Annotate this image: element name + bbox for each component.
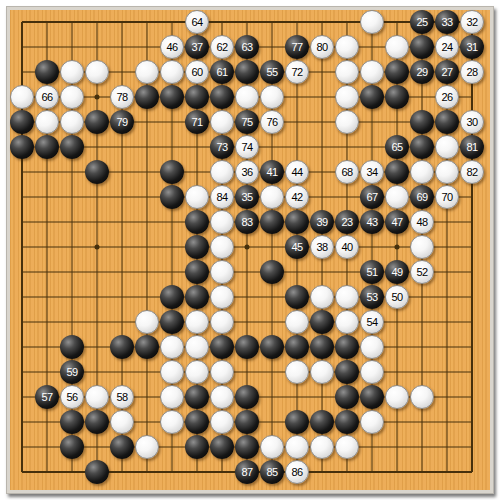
star-point [95, 95, 100, 100]
stone-white [160, 385, 184, 409]
stone-white [10, 85, 34, 109]
stone-white [410, 160, 434, 184]
stone-white [360, 360, 384, 384]
stone-white [335, 310, 359, 334]
stone-white-move-44: 44 [285, 160, 309, 184]
stone-black [60, 410, 84, 434]
stone-white-move-80: 80 [310, 35, 334, 59]
stone-white-move-72: 72 [285, 60, 309, 84]
stone-white-move-76: 76 [260, 110, 284, 134]
stone-white [210, 160, 234, 184]
stone-white [85, 385, 109, 409]
stone-white [160, 410, 184, 434]
stone-white [35, 110, 59, 134]
stone-white [360, 10, 384, 34]
stone-black [235, 60, 259, 84]
stone-black [285, 410, 309, 434]
stone-black-move-43: 43 [360, 210, 384, 234]
stone-black [235, 385, 259, 409]
stone-white-move-54: 54 [360, 310, 384, 334]
stone-white [310, 435, 334, 459]
stone-black [10, 110, 34, 134]
stone-black [235, 410, 259, 434]
stone-black-move-37: 37 [185, 35, 209, 59]
stone-black-move-71: 71 [185, 110, 209, 134]
stone-white-move-42: 42 [285, 185, 309, 209]
stone-black-move-65: 65 [385, 135, 409, 159]
stone-white-move-68: 68 [335, 160, 359, 184]
stone-black-move-75: 75 [235, 110, 259, 134]
stone-black [210, 85, 234, 109]
stone-black [85, 410, 109, 434]
stone-black [85, 460, 109, 484]
stone-white [210, 235, 234, 259]
stone-white [60, 85, 84, 109]
stone-white-move-66: 66 [35, 85, 59, 109]
stone-white-move-52: 52 [410, 260, 434, 284]
stone-black-move-63: 63 [235, 35, 259, 59]
stone-white [135, 435, 159, 459]
stone-black [360, 85, 384, 109]
stone-black [260, 260, 284, 284]
stone-white [110, 410, 134, 434]
stone-white [160, 60, 184, 84]
stone-black [160, 185, 184, 209]
stone-white [335, 60, 359, 84]
stone-white [185, 335, 209, 359]
stone-black-move-39: 39 [310, 210, 334, 234]
stone-black-move-53: 53 [360, 285, 384, 309]
stone-white-move-62: 62 [210, 35, 234, 59]
stone-white [410, 235, 434, 259]
stone-black [385, 85, 409, 109]
stone-white [60, 60, 84, 84]
stone-white [435, 135, 459, 159]
stone-white-move-74: 74 [235, 135, 259, 159]
stone-white [210, 110, 234, 134]
stone-black-move-41: 41 [260, 160, 284, 184]
stone-white [60, 110, 84, 134]
stone-white-move-32: 32 [460, 10, 484, 34]
kifu-screenshot: { "game": "go", "diagram": { "board_size… [0, 0, 500, 500]
stone-black-move-35: 35 [235, 185, 259, 209]
stone-black [135, 85, 159, 109]
stone-white [235, 85, 259, 109]
stone-white [210, 210, 234, 234]
stone-black [335, 360, 359, 384]
stone-black [85, 110, 109, 134]
stone-black [35, 135, 59, 159]
stone-black [410, 35, 434, 59]
stone-white-move-40: 40 [335, 235, 359, 259]
stone-white [310, 285, 334, 309]
stone-black [210, 335, 234, 359]
stone-white-move-48: 48 [410, 210, 434, 234]
stone-white [385, 185, 409, 209]
stone-white-move-34: 34 [360, 160, 384, 184]
stone-black-move-27: 27 [435, 60, 459, 84]
stone-white-move-56: 56 [60, 385, 84, 409]
stone-black-move-61: 61 [210, 60, 234, 84]
stone-black-move-57: 57 [35, 385, 59, 409]
stone-white-move-60: 60 [185, 60, 209, 84]
stone-black [310, 310, 334, 334]
stone-black [160, 160, 184, 184]
stone-black [185, 235, 209, 259]
stone-black [260, 210, 284, 234]
stone-black [160, 85, 184, 109]
stone-white [185, 185, 209, 209]
stone-black-move-33: 33 [435, 10, 459, 34]
stone-black-move-49: 49 [385, 260, 409, 284]
stone-white [385, 35, 409, 59]
stone-black [185, 410, 209, 434]
go-board[interactable]: 6425333246376263778024316061557229272866… [10, 10, 490, 490]
stone-black-move-47: 47 [385, 210, 409, 234]
stone-black [410, 110, 434, 134]
stone-black-move-25: 25 [410, 10, 434, 34]
stone-white [185, 360, 209, 384]
stone-black [260, 335, 284, 359]
stone-white [160, 335, 184, 359]
stone-black [135, 335, 159, 359]
stone-white [285, 360, 309, 384]
star-point [395, 245, 400, 250]
stone-white-move-64: 64 [185, 10, 209, 34]
stone-black [285, 335, 309, 359]
stone-white-move-28: 28 [460, 60, 484, 84]
stone-white [260, 185, 284, 209]
stone-black [335, 410, 359, 434]
stone-black-move-85: 85 [260, 460, 284, 484]
stone-white-move-86: 86 [285, 460, 309, 484]
stone-black [385, 160, 409, 184]
stone-white [210, 310, 234, 334]
stone-black [410, 135, 434, 159]
stone-black [385, 60, 409, 84]
stone-black [310, 335, 334, 359]
stone-black-move-87: 87 [235, 460, 259, 484]
stone-white [285, 310, 309, 334]
stone-black [85, 160, 109, 184]
stone-black [185, 285, 209, 309]
stone-black-move-23: 23 [335, 210, 359, 234]
stone-white [360, 335, 384, 359]
stone-white-move-36: 36 [235, 160, 259, 184]
stone-white [385, 385, 409, 409]
stone-white [435, 160, 459, 184]
stone-white-move-50: 50 [385, 285, 409, 309]
stone-black [35, 60, 59, 84]
stone-white [335, 110, 359, 134]
stone-black [235, 335, 259, 359]
stone-white-move-58: 58 [110, 385, 134, 409]
stone-white [260, 435, 284, 459]
go-board-frame: 6425333246376263778024316061557229272866… [6, 6, 494, 494]
stone-black [110, 435, 134, 459]
stone-white [210, 360, 234, 384]
stone-black-move-29: 29 [410, 60, 434, 84]
stone-black-move-45: 45 [285, 235, 309, 259]
stone-white [360, 410, 384, 434]
stone-white [285, 435, 309, 459]
star-point [95, 245, 100, 250]
stone-black-move-51: 51 [360, 260, 384, 284]
stone-white [210, 410, 234, 434]
stone-white-move-84: 84 [210, 185, 234, 209]
stone-white-move-38: 38 [310, 235, 334, 259]
stone-black [285, 285, 309, 309]
stone-black-move-83: 83 [235, 210, 259, 234]
stone-black [185, 85, 209, 109]
stone-white-move-78: 78 [110, 85, 134, 109]
stone-black [160, 285, 184, 309]
stone-black-move-59: 59 [60, 360, 84, 384]
stone-white [185, 310, 209, 334]
stone-black [185, 385, 209, 409]
stone-black [235, 435, 259, 459]
stone-black-move-73: 73 [210, 135, 234, 159]
stone-white [335, 435, 359, 459]
stone-black [185, 260, 209, 284]
stone-black [10, 135, 34, 159]
stone-white-move-82: 82 [460, 160, 484, 184]
stone-black-move-69: 69 [410, 185, 434, 209]
stone-white [210, 260, 234, 284]
stone-black [285, 210, 309, 234]
stone-black [335, 385, 359, 409]
stone-white [135, 60, 159, 84]
stone-black [60, 135, 84, 159]
stone-white [335, 85, 359, 109]
stone-white [410, 385, 434, 409]
stone-black-move-31: 31 [460, 35, 484, 59]
stone-black [60, 335, 84, 359]
stone-white-move-30: 30 [460, 110, 484, 134]
stone-black [185, 435, 209, 459]
stone-white-move-70: 70 [435, 185, 459, 209]
stone-black-move-79: 79 [110, 110, 134, 134]
stone-black [310, 410, 334, 434]
stone-black-move-81: 81 [460, 135, 484, 159]
stone-black-move-55: 55 [260, 60, 284, 84]
stone-black [60, 435, 84, 459]
stone-black [435, 110, 459, 134]
stone-white-move-24: 24 [435, 35, 459, 59]
stone-black-move-67: 67 [360, 185, 384, 209]
stone-black [210, 435, 234, 459]
stone-white [260, 85, 284, 109]
stone-white [85, 60, 109, 84]
stone-white [210, 285, 234, 309]
stone-white-move-26: 26 [435, 85, 459, 109]
stone-white [335, 35, 359, 59]
stone-black-move-77: 77 [285, 35, 309, 59]
stone-black [160, 310, 184, 334]
stone-white [160, 360, 184, 384]
stone-white [310, 360, 334, 384]
stone-black [110, 335, 134, 359]
stone-black [335, 335, 359, 359]
stone-white [210, 385, 234, 409]
stone-white [135, 310, 159, 334]
stone-white [360, 60, 384, 84]
stone-black [360, 385, 384, 409]
star-point [245, 245, 250, 250]
stone-white-move-46: 46 [160, 35, 184, 59]
stone-black [185, 210, 209, 234]
stone-white [335, 285, 359, 309]
